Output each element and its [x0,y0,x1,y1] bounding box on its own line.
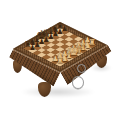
metal-ring-pull-side [77,64,86,73]
product-photo-chess-table: { "game": "chess", "position": "rnbqkbnr… [0,0,120,120]
table-shadow [20,86,96,98]
metal-ring-pull-front [72,76,84,89]
